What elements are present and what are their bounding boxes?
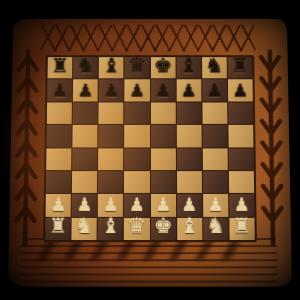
- piece-black-rook: ♜: [231, 56, 250, 76]
- square-g4[interactable]: [203, 148, 228, 170]
- lattice-top-border: [40, 25, 256, 52]
- piece-white-pawn: ♟: [129, 196, 145, 214]
- square-g2[interactable]: ♟: [203, 194, 228, 216]
- square-a6[interactable]: [47, 102, 72, 124]
- square-a4[interactable]: [46, 148, 71, 170]
- piece-white-rook: ♜: [48, 216, 67, 237]
- square-g6[interactable]: [202, 102, 227, 124]
- leaf-carving-left-icon: [12, 49, 41, 246]
- piece-black-knight: ♞: [205, 56, 224, 76]
- square-d4[interactable]: [124, 148, 149, 170]
- square-f4[interactable]: [176, 148, 201, 170]
- piece-black-pawn: ♟: [52, 82, 68, 99]
- square-g5[interactable]: [202, 125, 227, 147]
- square-d7[interactable]: ♟: [125, 80, 150, 102]
- leaf-carving-right-icon: [257, 49, 286, 246]
- piece-white-pawn: ♟: [207, 196, 223, 214]
- piece-black-knight: ♞: [76, 56, 95, 76]
- piece-white-bishop: ♝: [101, 216, 120, 237]
- square-g1[interactable]: ♞: [203, 218, 228, 240]
- square-h1[interactable]: ♜: [229, 218, 255, 240]
- piece-white-bishop: ♝: [180, 216, 199, 237]
- square-a8[interactable]: ♜: [47, 57, 72, 79]
- piece-white-knight: ♞: [206, 216, 225, 237]
- piece-black-pawn: ♟: [206, 82, 222, 99]
- square-f5[interactable]: [176, 125, 201, 147]
- piece-black-pawn: ♟: [232, 82, 248, 99]
- square-d8[interactable]: ♛: [125, 57, 150, 79]
- square-e8[interactable]: ♚: [150, 57, 175, 79]
- square-a7[interactable]: ♟: [47, 80, 72, 102]
- square-g8[interactable]: ♞: [202, 57, 227, 79]
- square-d5[interactable]: [124, 125, 149, 147]
- piece-white-pawn: ♟: [103, 196, 119, 214]
- board-grid: ♜♞♝♛♚♝♞♜♟♟♟♟♟♟♟♟♟♟♟♟♟♟♟♟♜♞♝♛♚♝♞♜: [43, 55, 257, 242]
- square-e6[interactable]: [150, 102, 175, 124]
- piece-black-rook: ♜: [51, 56, 70, 76]
- square-a2[interactable]: ♟: [46, 194, 71, 216]
- piece-white-pawn: ♟: [234, 196, 250, 214]
- square-f1[interactable]: ♝: [177, 218, 202, 240]
- square-h8[interactable]: ♜: [228, 57, 253, 79]
- piece-white-rook: ♜: [232, 216, 251, 237]
- square-c3[interactable]: [98, 171, 123, 193]
- piece-white-pawn: ♟: [50, 196, 66, 214]
- square-h6[interactable]: [228, 102, 253, 124]
- square-e4[interactable]: [150, 148, 175, 170]
- square-f2[interactable]: ♟: [177, 194, 202, 216]
- square-b7[interactable]: ♟: [73, 80, 98, 102]
- square-e3[interactable]: [150, 171, 175, 193]
- square-b3[interactable]: [72, 171, 97, 193]
- square-a1[interactable]: ♜: [45, 218, 71, 240]
- chess-board: ♜♞♝♛♚♝♞♜♟♟♟♟♟♟♟♟♟♟♟♟♟♟♟♟♜♞♝♛♚♝♞♜: [8, 19, 292, 287]
- square-e1[interactable]: ♚: [151, 218, 176, 240]
- piece-black-queen: ♛: [128, 56, 147, 76]
- square-b6[interactable]: [73, 102, 98, 124]
- square-b1[interactable]: ♞: [72, 218, 97, 240]
- piece-white-king: ♚: [154, 216, 173, 237]
- square-b5[interactable]: [73, 125, 98, 147]
- piece-black-pawn: ♟: [155, 82, 171, 99]
- square-c6[interactable]: [99, 102, 124, 124]
- piece-black-pawn: ♟: [181, 82, 197, 99]
- square-g7[interactable]: ♟: [202, 80, 227, 102]
- square-c5[interactable]: [99, 125, 124, 147]
- piece-white-pawn: ♟: [76, 196, 92, 214]
- piece-black-king: ♚: [154, 56, 173, 76]
- square-h3[interactable]: [229, 171, 254, 193]
- square-a5[interactable]: [47, 125, 72, 147]
- square-d2[interactable]: ♟: [124, 194, 149, 216]
- square-e2[interactable]: ♟: [151, 194, 176, 216]
- square-c2[interactable]: ♟: [98, 194, 123, 216]
- square-c8[interactable]: ♝: [99, 57, 124, 79]
- square-d1[interactable]: ♛: [124, 218, 149, 240]
- piece-white-knight: ♞: [75, 216, 94, 237]
- piece-black-bishop: ♝: [179, 56, 198, 76]
- square-e7[interactable]: ♟: [150, 80, 175, 102]
- square-b8[interactable]: ♞: [73, 57, 98, 79]
- piece-black-bishop: ♝: [102, 56, 121, 76]
- square-c7[interactable]: ♟: [99, 80, 124, 102]
- piece-black-pawn: ♟: [129, 82, 145, 99]
- square-g3[interactable]: [203, 171, 228, 193]
- square-h7[interactable]: ♟: [228, 80, 253, 102]
- square-f3[interactable]: [177, 171, 202, 193]
- piece-white-queen: ♛: [127, 216, 146, 237]
- square-f8[interactable]: ♝: [176, 57, 201, 79]
- square-h4[interactable]: [229, 148, 254, 170]
- square-h5[interactable]: [228, 125, 253, 147]
- square-f6[interactable]: [176, 102, 201, 124]
- square-a3[interactable]: [46, 171, 71, 193]
- square-b4[interactable]: [72, 148, 97, 170]
- square-c4[interactable]: [98, 148, 123, 170]
- chess-photo: ♜♞♝♛♚♝♞♜♟♟♟♟♟♟♟♟♟♟♟♟♟♟♟♟♜♞♝♛♚♝♞♜: [0, 0, 300, 300]
- piece-white-pawn: ♟: [181, 196, 197, 214]
- piece-white-pawn: ♟: [155, 196, 171, 214]
- square-d3[interactable]: [124, 171, 149, 193]
- square-e5[interactable]: [150, 125, 175, 147]
- square-f7[interactable]: ♟: [176, 80, 201, 102]
- piece-black-pawn: ♟: [103, 82, 119, 99]
- piece-black-pawn: ♟: [77, 82, 93, 99]
- square-h2[interactable]: ♟: [229, 194, 254, 216]
- square-b2[interactable]: ♟: [72, 194, 97, 216]
- square-d6[interactable]: [125, 102, 150, 124]
- square-c1[interactable]: ♝: [98, 218, 123, 240]
